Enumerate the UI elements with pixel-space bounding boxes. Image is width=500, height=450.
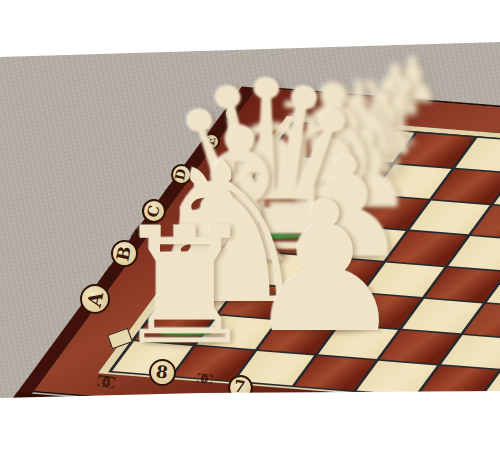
white-rook: ♜	[105, 207, 265, 367]
white-background-bottom	[0, 390, 500, 450]
coordinate-label: A	[84, 290, 106, 308]
product-photo-chess-set: ABCDEF87 ♟♟♜♟♞♝♟♚♛♟♝♞♟♜	[0, 0, 500, 450]
